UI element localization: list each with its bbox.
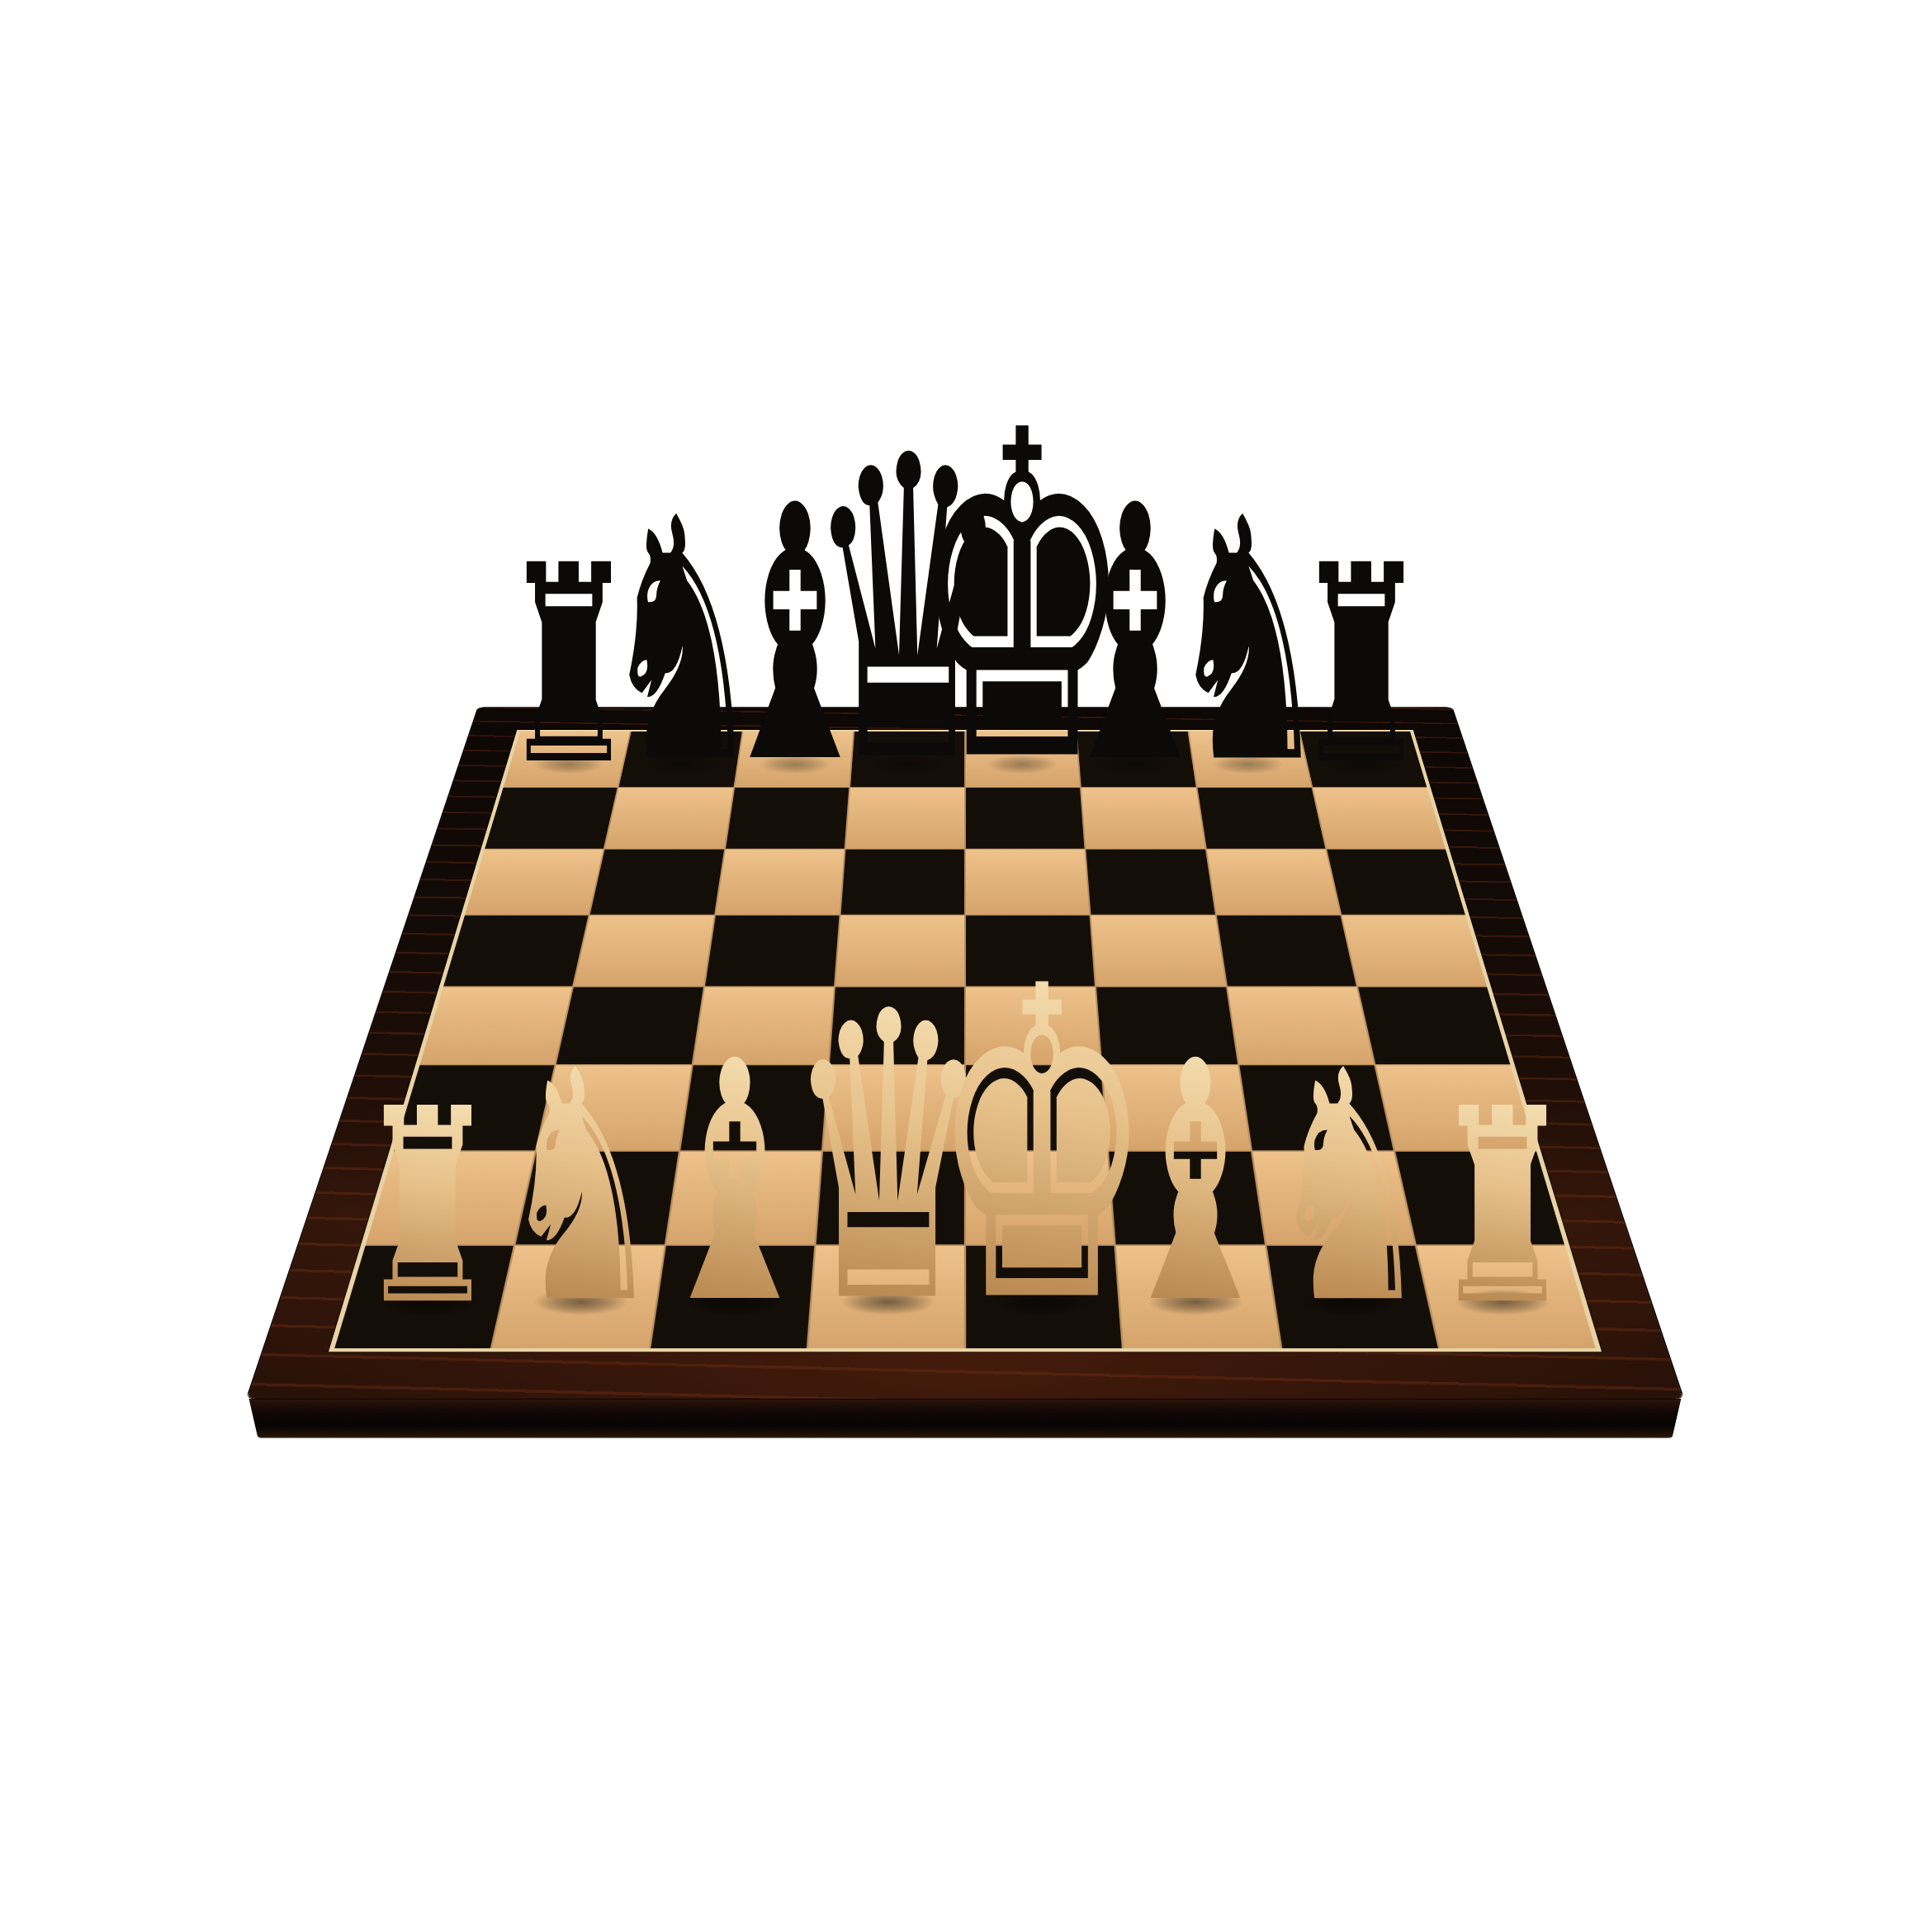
square-d8[interactable] (850, 732, 964, 788)
square-f3[interactable] (1102, 1065, 1250, 1150)
square-e6[interactable] (966, 849, 1090, 914)
square-f4[interactable] (1096, 987, 1237, 1065)
square-c5[interactable] (705, 916, 840, 987)
square-e4[interactable] (966, 987, 1100, 1065)
square-a8[interactable] (504, 732, 631, 788)
chess-board (247, 708, 1683, 1399)
square-c7[interactable] (726, 788, 849, 848)
square-f8[interactable] (1077, 732, 1195, 788)
square-g7[interactable] (1197, 788, 1325, 848)
square-a4[interactable] (420, 987, 572, 1065)
square-d7[interactable] (845, 788, 964, 848)
square-g2[interactable] (1252, 1151, 1415, 1244)
square-g1[interactable] (1266, 1246, 1438, 1348)
square-f7[interactable] (1081, 788, 1205, 848)
board-grid (329, 730, 1602, 1352)
square-e8[interactable] (966, 732, 1080, 788)
board-front-edge (248, 1399, 1681, 1438)
square-f2[interactable] (1109, 1151, 1264, 1244)
chess-set-photo-scene: ♜♞♝♛♚♝♞♜♜♞♝♛♚♝♞♜ (0, 0, 1931, 1932)
square-f5[interactable] (1091, 916, 1226, 987)
board-frame (247, 708, 1683, 1399)
square-h4[interactable] (1358, 987, 1510, 1065)
square-b8[interactable] (619, 732, 742, 788)
square-h3[interactable] (1375, 1065, 1536, 1150)
square-h2[interactable] (1395, 1151, 1564, 1244)
square-c3[interactable] (680, 1065, 828, 1150)
square-c2[interactable] (666, 1151, 821, 1244)
square-b6[interactable] (590, 849, 724, 914)
square-d2[interactable] (816, 1151, 964, 1244)
square-b7[interactable] (605, 788, 733, 848)
square-b4[interactable] (556, 987, 703, 1065)
square-a7[interactable] (485, 788, 617, 848)
square-c4[interactable] (693, 987, 833, 1065)
square-g4[interactable] (1228, 987, 1374, 1065)
square-a1[interactable] (334, 1246, 514, 1348)
square-c1[interactable] (651, 1246, 814, 1348)
square-g8[interactable] (1189, 732, 1312, 788)
square-d6[interactable] (840, 849, 964, 914)
square-d4[interactable] (830, 987, 964, 1065)
square-g3[interactable] (1239, 1065, 1393, 1150)
square-g5[interactable] (1216, 916, 1356, 987)
square-d1[interactable] (808, 1246, 964, 1348)
square-a3[interactable] (394, 1065, 554, 1150)
square-h6[interactable] (1327, 849, 1465, 914)
square-h5[interactable] (1342, 916, 1487, 987)
square-h1[interactable] (1417, 1246, 1596, 1348)
square-d5[interactable] (835, 916, 964, 987)
square-g6[interactable] (1206, 849, 1340, 914)
square-h8[interactable] (1300, 732, 1427, 788)
square-b2[interactable] (516, 1151, 679, 1244)
square-b5[interactable] (574, 916, 713, 987)
square-e3[interactable] (966, 1065, 1107, 1150)
square-a2[interactable] (366, 1151, 535, 1244)
square-h7[interactable] (1313, 788, 1445, 848)
square-e2[interactable] (966, 1151, 1115, 1244)
square-e1[interactable] (966, 1246, 1122, 1348)
square-f6[interactable] (1086, 849, 1215, 914)
square-a6[interactable] (465, 849, 603, 914)
square-b3[interactable] (537, 1065, 691, 1150)
square-b1[interactable] (492, 1246, 664, 1348)
square-d3[interactable] (823, 1065, 964, 1150)
square-e5[interactable] (966, 916, 1095, 987)
square-f1[interactable] (1116, 1246, 1280, 1348)
square-c8[interactable] (735, 732, 853, 788)
square-e7[interactable] (966, 788, 1085, 848)
square-a5[interactable] (443, 916, 589, 987)
square-c6[interactable] (716, 849, 845, 914)
